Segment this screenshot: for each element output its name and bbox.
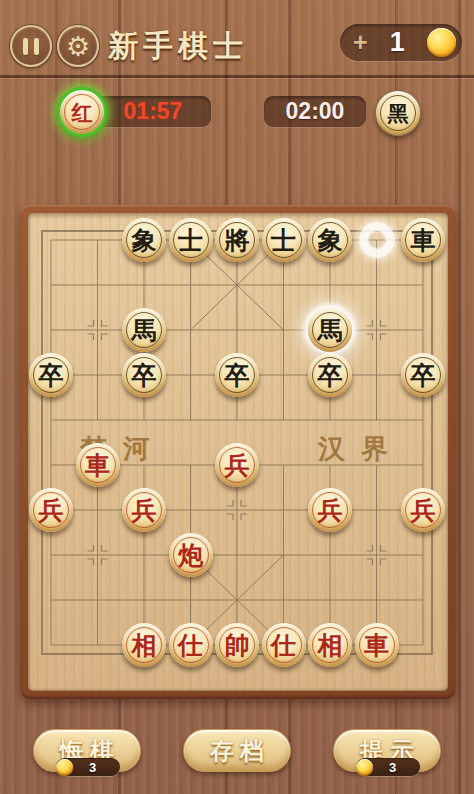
pieces-layer: 象士將士象車馬馬卒卒卒卒卒車兵兵兵兵兵炮相仕帥仕相車 (20, 205, 456, 699)
piece-ring (33, 357, 69, 393)
piece-red-elephant[interactable]: 相 (122, 623, 166, 667)
add-coins-icon: + (353, 30, 368, 55)
piece-ring (219, 627, 255, 663)
undo-cost: 3 (73, 760, 120, 775)
piece-red-soldier[interactable]: 兵 (308, 488, 352, 532)
pause-button[interactable] (10, 25, 52, 67)
undo-cost-badge: 3 (56, 758, 120, 776)
save-label: 存档 (204, 735, 270, 767)
piece-ring (126, 312, 162, 348)
piece-black-advisor[interactable]: 士 (169, 218, 213, 262)
piece-ring (405, 222, 441, 258)
xiangqi-board[interactable]: 楚河 汉界 象士將士象車馬馬卒卒卒卒卒車兵兵兵兵兵炮相仕帥仕相車 (20, 205, 456, 699)
piece-red-chariot[interactable]: 車 (76, 443, 120, 487)
piece-black-chariot[interactable]: 車 (401, 218, 445, 262)
page-title: 新手棋士 (108, 26, 248, 67)
piece-ring (312, 222, 348, 258)
coin-icon (356, 759, 373, 776)
hint-cost-badge: 3 (356, 758, 420, 776)
piece-ring (266, 627, 302, 663)
piece-ring (312, 312, 348, 348)
piece-ring (405, 357, 441, 393)
piece-red-soldier[interactable]: 兵 (215, 443, 259, 487)
topbar-divider (0, 75, 474, 78)
piece-red-elephant[interactable]: 相 (308, 623, 352, 667)
piece-black-horse[interactable]: 馬 (122, 308, 166, 352)
coin-icon (427, 28, 456, 57)
piece-ring (126, 492, 162, 528)
piece-ring (359, 627, 395, 663)
piece-red-chariot[interactable]: 車 (355, 623, 399, 667)
piece-black-advisor[interactable]: 士 (262, 218, 306, 262)
piece-black-soldier[interactable]: 卒 (215, 353, 259, 397)
piece-ring (126, 627, 162, 663)
piece-ring (219, 222, 255, 258)
piece-ring (380, 95, 416, 131)
piece-ring (80, 447, 116, 483)
piece-black-soldier[interactable]: 卒 (122, 353, 166, 397)
pause-icon (23, 38, 39, 55)
piece-ring (126, 357, 162, 393)
piece-black-elephant[interactable]: 象 (122, 218, 166, 262)
piece-red-advisor[interactable]: 仕 (262, 623, 306, 667)
piece-black-horse[interactable]: 馬 (308, 308, 352, 352)
piece-black-elephant[interactable]: 象 (308, 218, 352, 262)
settings-button[interactable]: ⚙ (57, 25, 99, 67)
undo-button[interactable]: 悔棋 3 (33, 729, 141, 772)
black-timer: 02:00 (264, 96, 366, 127)
coin-counter[interactable]: + 1 (340, 24, 462, 61)
piece-ring (173, 627, 209, 663)
piece-red-soldier[interactable]: 兵 (29, 488, 73, 532)
piece-ring (312, 492, 348, 528)
red-timer: 01:57 (95, 96, 211, 127)
piece-ring (405, 492, 441, 528)
piece-ring (173, 537, 209, 573)
piece-black-general[interactable]: 將 (215, 218, 259, 262)
piece-ring (64, 94, 100, 130)
hint-button[interactable]: 提示 3 (333, 729, 441, 772)
red-side-piece: 红 (57, 87, 107, 137)
coin-icon (56, 759, 73, 776)
piece-ring (173, 222, 209, 258)
piece-ring (126, 222, 162, 258)
piece-red-soldier[interactable]: 兵 (401, 488, 445, 532)
piece-black-soldier[interactable]: 卒 (29, 353, 73, 397)
piece-red-cannon[interactable]: 炮 (169, 533, 213, 577)
piece-ring (219, 447, 255, 483)
piece-black-soldier[interactable]: 卒 (401, 353, 445, 397)
black-side-piece: 黑 (375, 90, 421, 136)
piece-ring (219, 357, 255, 393)
coin-count: 1 (390, 27, 405, 58)
piece-ring (266, 222, 302, 258)
piece-ring (312, 627, 348, 663)
xiangqi-game-screen: ⚙ 新手棋士 + 1 01:57 02:00 红 黑 楚河 汉界 象士將士象車馬… (0, 0, 474, 794)
piece-red-advisor[interactable]: 仕 (169, 623, 213, 667)
hint-cost: 3 (373, 760, 420, 775)
piece-red-soldier[interactable]: 兵 (122, 488, 166, 532)
save-button[interactable]: 存档 (183, 729, 291, 772)
piece-black-soldier[interactable]: 卒 (308, 353, 352, 397)
piece-red-general[interactable]: 帥 (215, 623, 259, 667)
piece-ring (312, 357, 348, 393)
piece-ring (33, 492, 69, 528)
gear-icon: ⚙ (66, 33, 90, 60)
